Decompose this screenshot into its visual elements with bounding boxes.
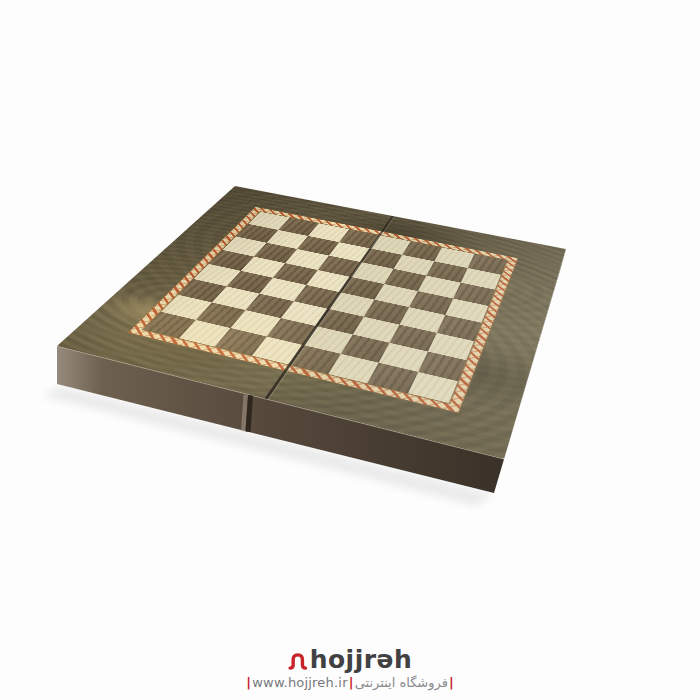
product-photo: { "game": "chess", "position": { "fen": … — [0, 0, 700, 700]
brand-name: hojjrəh — [310, 648, 413, 672]
site-url: www.hojjreh.ir — [252, 675, 347, 690]
hojjreh-arch-icon — [288, 650, 309, 672]
separator-bar: | — [349, 675, 354, 690]
brand-line: hojjrəh — [245, 646, 454, 672]
url-line: |www.hojjreh.ir|فروشگاه اینترنتی| — [245, 675, 454, 690]
separator-bar: | — [246, 675, 251, 690]
tagline-farsi: فروشگاه اینترنتی — [355, 675, 448, 690]
hojjreh-logo: hojjrəh |www.hojjreh.ir|فروشگاه اینترنتی… — [245, 646, 454, 690]
separator-bar: | — [449, 675, 454, 690]
